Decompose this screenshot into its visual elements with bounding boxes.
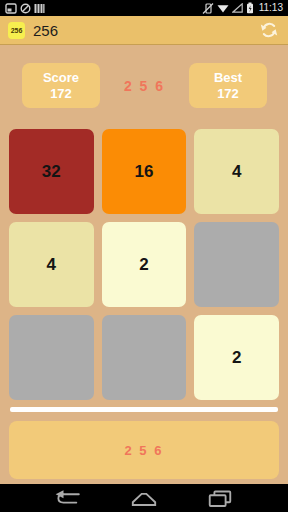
tile-16: 16 xyxy=(102,129,187,214)
score-row: Score 172 2 5 6 Best 172 xyxy=(0,63,288,108)
screenshot-icon xyxy=(5,3,17,14)
app-icon-label: 256 xyxy=(11,27,23,34)
empty-cell xyxy=(102,315,187,400)
score-panel: Score 172 xyxy=(22,63,100,108)
tile-4: 4 xyxy=(194,129,279,214)
app-icon: 256 xyxy=(8,22,25,39)
tile-32: 32 xyxy=(9,129,94,214)
home-button[interactable] xyxy=(124,486,164,510)
board-grid[interactable]: 32164422 xyxy=(0,129,288,400)
back-button[interactable] xyxy=(48,486,88,510)
status-bar-system: 11:13 xyxy=(202,2,283,14)
tile-2: 2 xyxy=(102,222,187,307)
nav-bar xyxy=(0,484,288,512)
back-icon xyxy=(53,489,83,507)
clock-text: 11:13 xyxy=(259,3,283,13)
status-bar: 11:13 xyxy=(0,0,288,16)
app-title: 256 xyxy=(33,22,258,39)
score-label: Score xyxy=(43,70,79,86)
empty-cell xyxy=(194,222,279,307)
recents-icon xyxy=(206,489,234,508)
battery-charging-icon xyxy=(246,2,254,14)
game-screen: Score 172 2 5 6 Best 172 32164422 2 5 6 xyxy=(0,45,288,484)
tile-2: 2 xyxy=(194,315,279,400)
new-game-button[interactable]: 2 5 6 xyxy=(9,421,279,479)
no-data-circle-slash-icon xyxy=(20,3,31,14)
home-icon xyxy=(130,490,158,507)
vibrate-off-icon xyxy=(202,3,214,14)
refresh-icon xyxy=(259,20,279,40)
empty-cell xyxy=(9,315,94,400)
best-label: Best xyxy=(214,70,242,86)
tile-4: 4 xyxy=(9,222,94,307)
game-title: 2 5 6 xyxy=(100,63,189,108)
divider xyxy=(10,407,278,412)
usage-bars-icon xyxy=(34,3,45,14)
wifi-icon xyxy=(217,3,229,13)
recents-button[interactable] xyxy=(200,486,240,510)
refresh-button[interactable] xyxy=(258,19,280,41)
app-bar: 256 256 xyxy=(0,16,288,45)
signal-triangle-icon xyxy=(232,3,243,13)
score-value: 172 xyxy=(50,86,72,102)
status-bar-notifications xyxy=(5,3,45,14)
best-value: 172 xyxy=(217,86,239,102)
new-game-label: 2 5 6 xyxy=(125,443,164,458)
best-panel: Best 172 xyxy=(189,63,267,108)
